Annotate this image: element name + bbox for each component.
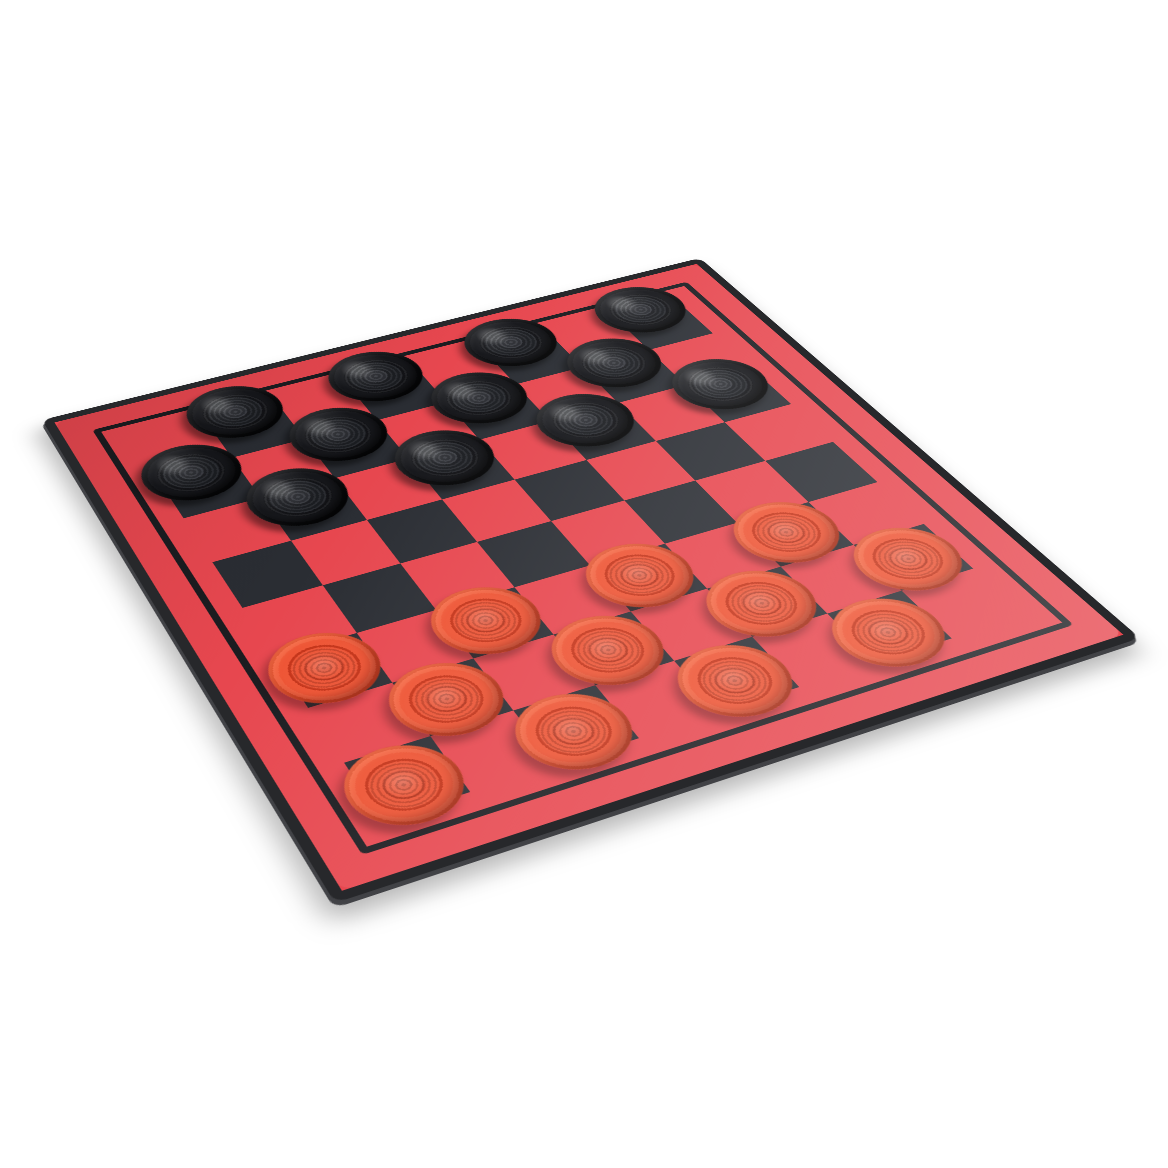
board-grid (131, 300, 1025, 820)
mat-binding (42, 258, 1140, 903)
photo-background (0, 0, 1168, 1168)
checkers-mat (42, 258, 1140, 903)
